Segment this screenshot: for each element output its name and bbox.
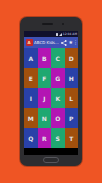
- letter-grid: A B C D E F G H I J K L M N O P Q R S T: [24, 48, 78, 148]
- letter-tile-m[interactable]: M: [24, 108, 38, 128]
- letter-tile-a[interactable]: A: [24, 48, 38, 68]
- app-title: ABCD Kids...: [34, 40, 60, 45]
- letter-tile-t[interactable]: T: [65, 128, 79, 148]
- front-camera-dot: [62, 23, 64, 25]
- battery-icon: [56, 33, 58, 36]
- app-bar: A ABCD Kids... ★ ⋮: [24, 37, 78, 48]
- signal-icon: [59, 33, 62, 36]
- letter-tile-n[interactable]: N: [38, 108, 52, 128]
- letter-tile-r[interactable]: R: [38, 128, 52, 148]
- speaker-slit: [42, 23, 53, 25]
- letter-tile-f[interactable]: F: [38, 68, 52, 88]
- letter-tile-h[interactable]: H: [65, 68, 79, 88]
- letter-tile-k[interactable]: K: [51, 88, 65, 108]
- letter-tile-l[interactable]: L: [65, 88, 79, 108]
- letter-tile-e[interactable]: E: [24, 68, 38, 88]
- home-button: [43, 157, 59, 163]
- letter-tile-g[interactable]: G: [51, 68, 65, 88]
- screenshot-canvas: 12:04 AM A ABCD Kids... ★ ⋮ A B C D E: [0, 0, 102, 183]
- phone-screen: 12:04 AM A ABCD Kids... ★ ⋮ A B C D E: [24, 31, 78, 155]
- letter-tile-b[interactable]: B: [38, 48, 52, 68]
- letter-tile-i[interactable]: I: [24, 88, 38, 108]
- letter-tile-c[interactable]: C: [51, 48, 65, 68]
- letter-tile-j[interactable]: J: [38, 88, 52, 108]
- share-icon[interactable]: [61, 40, 67, 46]
- letter-tile-p[interactable]: P: [65, 108, 79, 128]
- status-time: 12:04 AM: [63, 33, 77, 36]
- letter-tile-o[interactable]: O: [51, 108, 65, 128]
- app-logo: A: [26, 39, 33, 46]
- overflow-menu-icon[interactable]: ⋮: [75, 40, 77, 45]
- letter-tile-s[interactable]: S: [51, 128, 65, 148]
- letter-tile-q[interactable]: Q: [24, 128, 38, 148]
- letter-tile-d[interactable]: D: [65, 48, 79, 68]
